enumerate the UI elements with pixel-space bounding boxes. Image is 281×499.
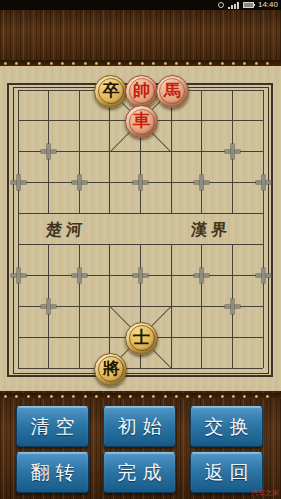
point-marker <box>133 175 148 190</box>
phone-screen: 14:40 楚河 漢界 卒帥馬車士將 清空初始交换翻转完成返回 汽车之家 <box>0 0 281 499</box>
piece-character: 車 <box>133 112 150 129</box>
nail-dot <box>266 62 269 65</box>
piece-black-soldier[interactable]: 卒 <box>94 75 127 108</box>
nail-dot <box>95 395 98 398</box>
nail-dot <box>152 395 155 398</box>
swap-button[interactable]: 交换 <box>190 406 263 447</box>
point-marker <box>11 268 26 283</box>
signal-strength-icon <box>228 2 239 9</box>
nail-dot <box>15 395 18 398</box>
nail-dot <box>255 62 258 65</box>
nail-dot <box>27 62 30 65</box>
nail-dot <box>50 62 53 65</box>
nail-dot <box>118 62 121 65</box>
flip-button[interactable]: 翻转 <box>16 452 89 493</box>
alarm-icon <box>218 2 224 8</box>
point-marker <box>11 175 26 190</box>
nail-dot <box>118 395 121 398</box>
grid-vline <box>79 90 80 214</box>
nail-dot <box>221 62 224 65</box>
nail-dot <box>38 62 41 65</box>
point-marker <box>225 144 240 159</box>
nail-dot <box>61 62 64 65</box>
nail-trim-bottom <box>0 393 281 399</box>
grid-vline <box>201 90 202 214</box>
point-marker <box>72 175 87 190</box>
nail-dot <box>50 395 53 398</box>
piece-red-general[interactable]: 帥 <box>125 75 158 108</box>
nail-dot <box>107 395 110 398</box>
nail-dot <box>107 62 110 65</box>
nail-dot <box>141 62 144 65</box>
nail-dot <box>61 395 64 398</box>
nail-dot <box>243 62 246 65</box>
point-marker <box>256 175 271 190</box>
nail-dot <box>232 395 235 398</box>
point-marker <box>41 144 56 159</box>
point-marker <box>225 299 240 314</box>
button-panel: 清空初始交换翻转完成返回 <box>16 406 263 493</box>
nail-dot <box>164 395 167 398</box>
piece-character: 士 <box>133 329 150 346</box>
nail-dot <box>4 395 7 398</box>
nail-dot <box>243 395 246 398</box>
nail-dot <box>186 62 189 65</box>
river-label-han-jie: 漢界 <box>190 220 231 241</box>
nail-dot <box>152 62 155 65</box>
nail-dot <box>38 395 41 398</box>
nail-dot <box>129 62 132 65</box>
grid-vline <box>201 244 202 368</box>
initial-button[interactable]: 初始 <box>103 406 176 447</box>
nail-dot <box>255 395 258 398</box>
status-bar: 14:40 <box>0 0 281 10</box>
nail-dot <box>95 62 98 65</box>
clear-button[interactable]: 清空 <box>16 406 89 447</box>
nail-dot <box>164 62 167 65</box>
nail-dot <box>15 62 18 65</box>
done-button[interactable]: 完成 <box>103 452 176 493</box>
nail-dot <box>27 395 30 398</box>
nail-dot <box>266 395 269 398</box>
river-label-chu-he: 楚河 <box>45 220 86 241</box>
nail-dot <box>221 395 224 398</box>
point-marker <box>72 268 87 283</box>
back-button[interactable]: 返回 <box>190 452 263 493</box>
status-time: 14:40 <box>258 0 278 10</box>
piece-black-general[interactable]: 將 <box>94 353 127 386</box>
nail-dot <box>209 395 212 398</box>
piece-character: 馬 <box>164 82 181 99</box>
nail-dot <box>198 62 201 65</box>
piece-red-horse[interactable]: 馬 <box>156 75 189 108</box>
nail-dot <box>175 395 178 398</box>
grid-vline <box>263 90 264 368</box>
nail-dot <box>72 395 75 398</box>
nail-dot <box>209 62 212 65</box>
piece-character: 帥 <box>133 82 150 99</box>
point-marker <box>133 268 148 283</box>
grid-vline <box>18 90 19 368</box>
point-marker <box>194 268 209 283</box>
grid-vline <box>79 244 80 368</box>
nail-dot <box>84 62 87 65</box>
nail-dot <box>72 62 75 65</box>
nail-dot <box>232 62 235 65</box>
point-marker <box>256 268 271 283</box>
battery-icon <box>243 2 254 8</box>
top-wood-panel <box>0 10 281 66</box>
nail-dot <box>129 395 132 398</box>
nail-dot <box>84 395 87 398</box>
point-marker <box>41 299 56 314</box>
nail-dot <box>4 62 7 65</box>
nail-dot <box>175 62 178 65</box>
nail-dot <box>198 395 201 398</box>
piece-character: 卒 <box>102 82 119 99</box>
nail-dot <box>186 395 189 398</box>
watermark: 汽车之家 <box>251 488 279 498</box>
piece-character: 將 <box>102 360 119 377</box>
nail-dot <box>141 395 144 398</box>
point-marker <box>194 175 209 190</box>
piece-black-advisor[interactable]: 士 <box>125 322 158 355</box>
